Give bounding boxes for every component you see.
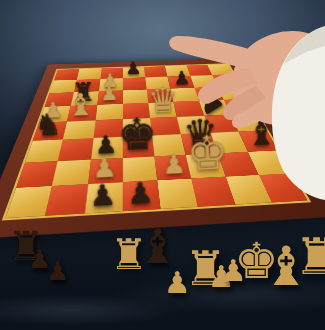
center_group-black-bishop-1[interactable]: ♝ [136,222,179,270]
square-h8[interactable] [207,64,234,75]
left_group-black-pawn-2[interactable]: ♟ [46,258,69,284]
black-pawn-d8[interactable]: ♟ [125,60,141,78]
square-d1[interactable]: ♟ [123,180,161,211]
white-pawn-e2[interactable]: ♟ [161,151,186,179]
board-wrapper: ♟♟♟♜♟♟♝♛♞♟♚♛♝♟♟♚♟♟ [0,59,325,239]
square-d3[interactable]: ♚ [123,136,155,158]
black-knight-a4[interactable]: ♞ [33,110,61,141]
square-a2[interactable] [16,161,58,188]
square-d7[interactable] [123,77,147,90]
white-bishop-b5[interactable]: ♝ [66,90,95,121]
square-b4[interactable] [63,120,95,139]
board-frame: ♟♟♟♜♟♟♝♛♞♟♚♛♝♟♟♚♟♟ [0,59,325,239]
black-pawn-c1[interactable]: ♟ [89,181,117,212]
black-pawn-d1[interactable]: ♟ [127,179,154,210]
square-c1[interactable]: ♟ [84,182,122,213]
white-pawn-c6[interactable]: ♟ [100,84,119,104]
right_group-white-rook-6[interactable]: ♜ [294,232,325,282]
square-f2[interactable]: ♚ [186,153,225,178]
square-d8[interactable]: ♟ [123,67,146,78]
chess-photo-scene: ♟♟♟♜♟♟♝♛♞♟♚♛♝♟♟♚♟♟ ♟ ♜♟♟♜♝♟♜♟♟♚♝♜ [0,0,325,330]
square-c6[interactable]: ♟ [97,90,123,105]
square-h7[interactable] [212,74,241,86]
white-king-f2[interactable]: ♚ [186,129,229,177]
chess-board[interactable]: ♟♟♟♜♟♟♝♛♞♟♚♛♝♟♟♚♟♟ [2,63,311,220]
square-b1[interactable] [45,184,87,216]
square-a4[interactable]: ♞ [33,121,68,141]
square-e1[interactable] [157,178,198,209]
square-e8[interactable] [144,66,168,77]
square-d6[interactable] [123,89,149,103]
black-bishop-h3[interactable]: ♝ [246,115,277,150]
sleeve-fold [284,26,325,64]
square-e2[interactable]: ♟ [154,155,191,181]
square-b5[interactable]: ♝ [67,105,97,122]
square-h1[interactable] [258,173,307,202]
square-b2[interactable] [52,159,90,186]
square-b3[interactable] [58,138,93,161]
black-king-d3[interactable]: ♚ [117,112,157,157]
